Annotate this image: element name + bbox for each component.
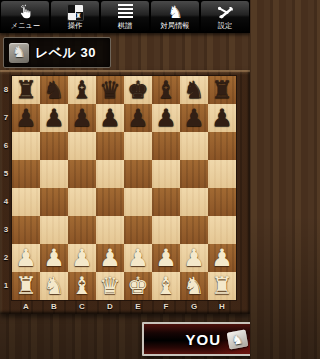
square-b5[interactable] (40, 160, 68, 188)
white-pawn: ♟ (99, 244, 121, 272)
square-e5[interactable] (124, 160, 152, 188)
black-pawn: ♟ (183, 104, 205, 132)
file-label-f: F (152, 301, 180, 312)
square-a8[interactable]: ♜ (12, 76, 40, 104)
file-label-b: B (40, 301, 68, 312)
square-a5[interactable] (12, 160, 40, 188)
square-f2[interactable]: ♟ (152, 244, 180, 272)
square-b3[interactable] (40, 216, 68, 244)
square-e7[interactable]: ♟ (124, 104, 152, 132)
square-g1[interactable]: ♞ (180, 272, 208, 300)
square-f8[interactable]: ♝ (152, 76, 180, 104)
player-label: YOU (185, 331, 221, 348)
rank-label-7: 7 (1, 104, 11, 132)
black-knight: ♞ (183, 76, 205, 104)
record-button[interactable]: 棋譜 (101, 1, 149, 32)
square-d7[interactable]: ♟ (96, 104, 124, 132)
square-a1[interactable]: ♜ (12, 272, 40, 300)
white-rook: ♜ (15, 272, 37, 300)
square-a3[interactable] (12, 216, 40, 244)
square-e1[interactable]: ♚ (124, 272, 152, 300)
square-d1[interactable]: ♛ (96, 272, 124, 300)
settings-button[interactable]: 設定 (201, 1, 249, 32)
move-list-icon (118, 4, 133, 21)
file-label-e: E (124, 301, 152, 312)
square-a7[interactable]: ♟ (12, 104, 40, 132)
black-queen: ♛ (99, 76, 121, 104)
square-c4[interactable] (68, 188, 96, 216)
file-label-c: C (68, 301, 96, 312)
square-h5[interactable] (208, 160, 236, 188)
menu-button[interactable]: メニュー (1, 1, 49, 32)
white-knight: ♞ (183, 272, 205, 300)
square-f6[interactable] (152, 132, 180, 160)
square-d4[interactable] (96, 188, 124, 216)
record-button-label: 棋譜 (118, 21, 132, 29)
square-e2[interactable]: ♟ (124, 244, 152, 272)
black-pawn: ♟ (15, 104, 37, 132)
rank-labels: 87654321 (1, 76, 11, 300)
rank-label-8: 8 (1, 76, 11, 104)
square-h3[interactable] (208, 216, 236, 244)
toolbar: メニュー ♜♜ 操作 棋譜 ♞ 対局情報 設定 (0, 0, 250, 33)
white-pawn: ♟ (15, 244, 37, 272)
square-c6[interactable] (68, 132, 96, 160)
square-a6[interactable] (12, 132, 40, 160)
square-g8[interactable]: ♞ (180, 76, 208, 104)
black-knight: ♞ (43, 76, 65, 104)
square-b1[interactable]: ♞ (40, 272, 68, 300)
black-pawn: ♟ (71, 104, 93, 132)
square-d5[interactable] (96, 160, 124, 188)
square-a4[interactable] (12, 188, 40, 216)
square-h6[interactable] (208, 132, 236, 160)
square-c7[interactable]: ♟ (68, 104, 96, 132)
game-info-button[interactable]: ♞ 対局情報 (151, 1, 199, 32)
white-pawn: ♟ (155, 244, 177, 272)
square-e8[interactable]: ♚ (124, 76, 152, 104)
black-king: ♚ (127, 76, 149, 104)
square-f3[interactable] (152, 216, 180, 244)
white-bishop: ♝ (155, 272, 177, 300)
file-label-h: H (208, 301, 236, 312)
black-pawn: ♟ (43, 104, 65, 132)
square-b2[interactable]: ♟ (40, 244, 68, 272)
square-h2[interactable]: ♟ (208, 244, 236, 272)
settings-button-label: 設定 (218, 21, 232, 29)
square-b7[interactable]: ♟ (40, 104, 68, 132)
black-rook: ♜ (15, 76, 37, 104)
black-pawn: ♟ (99, 104, 121, 132)
black-bishop: ♝ (155, 76, 177, 104)
square-c8[interactable]: ♝ (68, 76, 96, 104)
white-pawn: ♟ (211, 244, 233, 272)
square-g3[interactable] (180, 216, 208, 244)
square-g6[interactable] (180, 132, 208, 160)
square-c3[interactable] (68, 216, 96, 244)
square-c2[interactable]: ♟ (68, 244, 96, 272)
white-queen: ♛ (99, 272, 121, 300)
file-label-g: G (180, 301, 208, 312)
square-e6[interactable] (124, 132, 152, 160)
hand-pointer-icon (17, 4, 33, 21)
square-h8[interactable]: ♜ (208, 76, 236, 104)
square-f1[interactable]: ♝ (152, 272, 180, 300)
white-bishop: ♝ (71, 272, 93, 300)
white-pawn: ♟ (71, 244, 93, 272)
square-d3[interactable] (96, 216, 124, 244)
square-f4[interactable] (152, 188, 180, 216)
black-pawn: ♟ (211, 104, 233, 132)
mini-board-icon: ♜♜ (68, 4, 83, 21)
square-f5[interactable] (152, 160, 180, 188)
square-d8[interactable]: ♛ (96, 76, 124, 104)
chess-board-frame: 87654321 ♜♞♝♛♚♝♞♜♟♟♟♟♟♟♟♟♟♟♟♟♟♟♟♟♜♞♝♛♚♝♞… (0, 70, 250, 314)
square-a2[interactable]: ♟ (12, 244, 40, 272)
square-e3[interactable] (124, 216, 152, 244)
menu-button-label: メニュー (10, 21, 39, 29)
rank-label-3: 3 (1, 216, 11, 244)
square-g2[interactable]: ♟ (180, 244, 208, 272)
square-g7[interactable]: ♟ (180, 104, 208, 132)
knight-icon: ♞ (167, 4, 182, 21)
square-c1[interactable]: ♝ (68, 272, 96, 300)
file-label-a: A (12, 301, 40, 312)
knight-badge-icon: ♞ (9, 43, 29, 63)
square-g4[interactable] (180, 188, 208, 216)
square-h1[interactable]: ♜ (208, 272, 236, 300)
file-label-d: D (96, 301, 124, 312)
square-d2[interactable]: ♟ (96, 244, 124, 272)
square-f7[interactable]: ♟ (152, 104, 180, 132)
knight-card-icon: ♞ (227, 329, 249, 349)
square-h7[interactable]: ♟ (208, 104, 236, 132)
level-indicator[interactable]: ♞ レベル 30 (3, 37, 111, 68)
black-pawn: ♟ (127, 104, 149, 132)
square-h4[interactable] (208, 188, 236, 216)
black-bishop: ♝ (71, 76, 93, 104)
square-d6[interactable] (96, 132, 124, 160)
black-rook: ♜ (211, 76, 233, 104)
square-b4[interactable] (40, 188, 68, 216)
operation-button[interactable]: ♜♜ 操作 (51, 1, 99, 32)
rank-label-2: 2 (1, 244, 11, 272)
square-b8[interactable]: ♞ (40, 76, 68, 104)
square-g5[interactable] (180, 160, 208, 188)
game-info-button-label: 対局情報 (161, 21, 190, 29)
rank-label-4: 4 (1, 188, 11, 216)
file-labels: ABCDEFGH (12, 301, 236, 312)
white-pawn: ♟ (43, 244, 65, 272)
square-c5[interactable] (68, 160, 96, 188)
level-label: レベル 30 (35, 44, 96, 62)
black-pawn: ♟ (155, 104, 177, 132)
rank-label-6: 6 (1, 132, 11, 160)
chess-board: ♜♞♝♛♚♝♞♜♟♟♟♟♟♟♟♟♟♟♟♟♟♟♟♟♜♞♝♛♚♝♞♜ (12, 76, 236, 300)
square-b6[interactable] (40, 132, 68, 160)
rank-label-5: 5 (1, 160, 11, 188)
white-king: ♚ (127, 272, 149, 300)
square-e4[interactable] (124, 188, 152, 216)
white-knight: ♞ (43, 272, 65, 300)
player-turn-plate[interactable]: YOU ♞ (142, 322, 250, 356)
white-pawn: ♟ (183, 244, 205, 272)
white-rook: ♜ (211, 272, 233, 300)
white-pawn: ♟ (127, 244, 149, 272)
operation-button-label: 操作 (68, 21, 82, 29)
rank-label-1: 1 (1, 272, 11, 300)
tools-icon (217, 4, 234, 21)
